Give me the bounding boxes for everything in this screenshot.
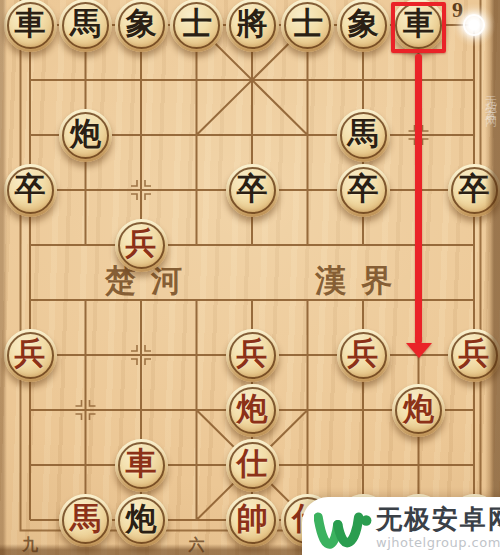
brand-w-logo-icon (314, 506, 372, 555)
file-label-六: 六 (182, 535, 212, 555)
piece-black-f6r0[interactable]: 象 (337, 0, 390, 52)
move-arrow-shaft (415, 54, 422, 344)
piece-black-f1r2[interactable]: 炮 (59, 109, 112, 162)
piece-black-f4r0[interactable]: 將 (226, 0, 279, 52)
piece-black-f0r3[interactable]: 卒 (4, 164, 57, 217)
piece-red-f4r8[interactable]: 仕 (226, 439, 279, 492)
piece-red-f4r6[interactable]: 兵 (226, 329, 279, 382)
piece-black-f6r2[interactable]: 馬 (337, 109, 390, 162)
piece-red-f0r6[interactable]: 兵 (4, 329, 57, 382)
move-arrow-head-icon (406, 343, 432, 358)
piece-black-f1r0[interactable]: 馬 (59, 0, 112, 52)
piece-red-f2r4[interactable]: 兵 (115, 219, 168, 272)
piece-black-f5r0[interactable]: 士 (281, 0, 334, 52)
piece-red-f1r9[interactable]: 馬 (59, 494, 112, 547)
xiangqi-app-screen: 9 楚河 漢界 九六 車馬象士將士象車炮馬卒卒卒卒兵兵兵兵兵炮炮車仕馬炮帥仕相馬… (0, 0, 500, 555)
piece-red-f4r7[interactable]: 炮 (226, 384, 279, 437)
piece-red-f8r6[interactable]: 兵 (448, 329, 500, 382)
piece-black-f8r3[interactable]: 卒 (448, 164, 500, 217)
brand-name: 无极安卓网 (376, 505, 500, 533)
piece-red-f4r9[interactable]: 帥 (226, 494, 279, 547)
move-origin-glow-marker (452, 3, 496, 47)
piece-black-f2r0[interactable]: 象 (115, 0, 168, 52)
piece-black-f0r0[interactable]: 車 (4, 0, 57, 52)
brand-domain: wjhotelgroup.com (376, 535, 500, 550)
xiangqi-board[interactable]: 9 楚河 漢界 九六 車馬象士將士象車炮馬卒卒卒卒兵兵兵兵兵炮炮車仕馬炮帥仕相馬… (0, 0, 500, 555)
piece-black-f2r9[interactable]: 炮 (115, 494, 168, 547)
highlight-box-rook (391, 2, 446, 53)
file-label-九: 九 (15, 535, 45, 555)
piece-black-f4r3[interactable]: 卒 (226, 164, 279, 217)
river-label-han-jie: 漢界 (306, 261, 416, 301)
piece-black-f3r0[interactable]: 士 (170, 0, 223, 52)
piece-red-f6r6[interactable]: 兵 (337, 329, 390, 382)
piece-red-f2r8[interactable]: 車 (115, 439, 168, 492)
side-watermark-text: 无极安卓网 (482, 86, 499, 111)
piece-red-f7r7[interactable]: 炮 (392, 384, 445, 437)
piece-black-f6r3[interactable]: 卒 (337, 164, 390, 217)
watermark-card: 无极安卓网 wjhotelgroup.com (302, 497, 500, 555)
